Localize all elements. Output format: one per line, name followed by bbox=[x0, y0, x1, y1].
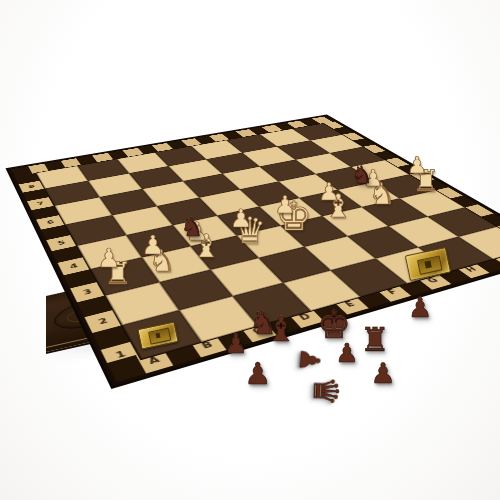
piece-dark-bishop: ♝ bbox=[266, 312, 296, 346]
piece-dark-pawn: ♟ bbox=[370, 360, 395, 388]
latch-knob bbox=[425, 260, 431, 268]
piece-dark-rook: ♜ bbox=[360, 323, 390, 356]
piece-light-pawn-f2: ♟ bbox=[318, 180, 340, 204]
piece-dark-pawn: ♟ bbox=[295, 347, 324, 373]
piece-light-pawn-e2: ♟ bbox=[274, 193, 296, 217]
piece-light-pawn-a2: ♟ bbox=[97, 245, 120, 271]
piece-dark-pawn: ♟ bbox=[408, 294, 432, 321]
piece-dark-pawn: ♟ bbox=[245, 359, 272, 389]
piece-dark-knight-g3: ♞ bbox=[351, 163, 373, 187]
piece-dark-queen: ♛ bbox=[308, 375, 343, 407]
piece-dark-pawn: ♟ bbox=[335, 340, 358, 366]
piece-light-pawn-b2: ♟ bbox=[141, 232, 164, 258]
product-photo: 87654321 ABCDEFGHIJ ♜♞♝♛♚♝♞♜♟♟♟♟♟♟♟♟♞♞♞♝… bbox=[0, 0, 500, 500]
latch-knob bbox=[155, 333, 161, 339]
piece-dark-knight-c3: ♞ bbox=[180, 214, 203, 240]
piece-dark-pawn: ♟ bbox=[224, 331, 247, 357]
piece-light-pawn-d2: ♟ bbox=[230, 206, 252, 231]
piece-light-pawn-h2: ♟ bbox=[407, 154, 428, 177]
